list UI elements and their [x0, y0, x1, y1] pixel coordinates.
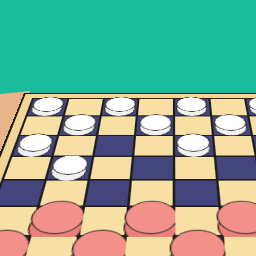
board-grid — [0, 98, 256, 256]
square-r2c5[interactable] — [175, 116, 211, 134]
piece-top — [122, 201, 177, 234]
square-r1c1[interactable] — [28, 99, 67, 116]
red-piece[interactable] — [73, 236, 124, 256]
checkers-board[interactable] — [0, 93, 256, 256]
red-piece[interactable] — [31, 207, 81, 235]
square-r3c4[interactable] — [135, 136, 173, 156]
white-piece[interactable] — [13, 136, 57, 156]
square-r1c7[interactable] — [246, 99, 256, 116]
square-r5c1[interactable] — [0, 181, 44, 206]
square-r1c5[interactable] — [175, 99, 210, 116]
square-r3c3[interactable] — [94, 136, 134, 156]
square-r4c2[interactable] — [47, 157, 92, 179]
square-r6c2[interactable] — [31, 207, 81, 235]
piece-top — [176, 97, 208, 112]
scene — [0, 0, 256, 256]
square-r7c1[interactable] — [0, 236, 28, 256]
white-piece[interactable] — [175, 136, 213, 156]
white-piece[interactable] — [101, 99, 137, 116]
white-piece[interactable] — [136, 116, 172, 134]
square-r2c2[interactable] — [59, 116, 99, 134]
square-r2c7[interactable] — [249, 116, 256, 134]
square-r4c3[interactable] — [90, 157, 132, 179]
white-piece[interactable] — [175, 99, 210, 116]
square-r7c4[interactable] — [124, 236, 172, 256]
square-r3c6[interactable] — [214, 136, 254, 156]
white-piece[interactable] — [212, 116, 250, 134]
square-r1c3[interactable] — [101, 99, 137, 116]
square-r4c4[interactable] — [132, 157, 172, 179]
square-r3c5[interactable] — [175, 136, 213, 156]
red-piece[interactable] — [175, 236, 223, 256]
square-r4c6[interactable] — [216, 157, 256, 179]
square-r5c5[interactable] — [175, 181, 218, 206]
board-perspective-wrap — [0, 0, 256, 256]
square-r6c6[interactable] — [221, 207, 256, 235]
square-r2c3[interactable] — [98, 116, 136, 134]
piece-top — [138, 114, 171, 130]
square-r4c1[interactable] — [4, 157, 51, 179]
square-r3c1[interactable] — [13, 136, 57, 156]
square-r2c4[interactable] — [136, 116, 172, 134]
square-r7c3[interactable] — [73, 236, 124, 256]
square-r2c6[interactable] — [212, 116, 250, 134]
square-r1c2[interactable] — [65, 99, 103, 116]
red-piece[interactable] — [127, 207, 172, 235]
square-r7c6[interactable] — [224, 236, 256, 256]
square-r7c5[interactable] — [175, 236, 223, 256]
white-piece[interactable] — [246, 99, 256, 116]
square-r2c1[interactable] — [21, 116, 63, 134]
square-r6c4[interactable] — [127, 207, 172, 235]
white-piece[interactable] — [47, 157, 92, 179]
square-r1c6[interactable] — [210, 99, 246, 116]
red-piece[interactable] — [221, 207, 256, 235]
square-r1c4[interactable] — [138, 99, 173, 116]
square-r7c2[interactable] — [22, 236, 76, 256]
white-piece[interactable] — [28, 99, 67, 116]
red-piece[interactable] — [0, 236, 28, 256]
white-piece[interactable] — [59, 116, 99, 134]
square-r5c3[interactable] — [85, 181, 130, 206]
square-r3c2[interactable] — [53, 136, 95, 156]
square-r4c5[interactable] — [175, 157, 215, 179]
